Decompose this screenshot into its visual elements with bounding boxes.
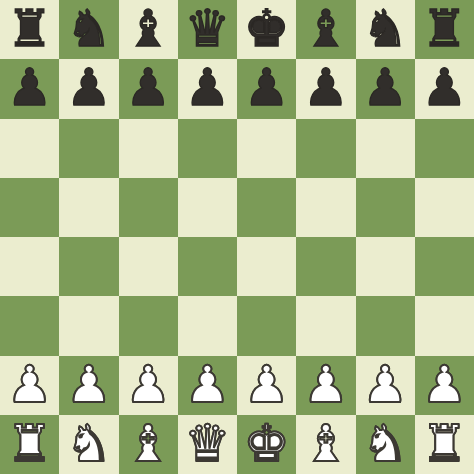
square-f4[interactable] [296,237,355,296]
piece-black-knight[interactable]: ♞ [362,3,408,54]
piece-black-pawn[interactable]: ♟ [422,62,468,113]
piece-white-pawn[interactable]: ♟ [7,359,53,410]
square-e1[interactable]: ♚ [237,415,296,474]
square-b3[interactable] [59,296,118,355]
square-e8[interactable]: ♚ [237,0,296,59]
square-d7[interactable]: ♟ [178,59,237,118]
square-b5[interactable] [59,178,118,237]
square-a7[interactable]: ♟ [0,59,59,118]
chess-board: ♜♞♝♛♚♝♞♜♟♟♟♟♟♟♟♟♟♟♟♟♟♟♟♟♜♞♝♛♚♝♞♜ [0,0,474,474]
square-e4[interactable] [237,237,296,296]
square-c3[interactable] [119,296,178,355]
piece-white-pawn[interactable]: ♟ [362,359,408,410]
piece-black-knight[interactable]: ♞ [66,3,112,54]
square-h5[interactable] [415,178,474,237]
square-c6[interactable] [119,119,178,178]
square-f6[interactable] [296,119,355,178]
piece-white-pawn[interactable]: ♟ [422,359,468,410]
square-f7[interactable]: ♟ [296,59,355,118]
square-f5[interactable] [296,178,355,237]
square-c4[interactable] [119,237,178,296]
piece-white-pawn[interactable]: ♟ [66,359,112,410]
piece-white-rook[interactable]: ♜ [7,418,53,469]
square-b2[interactable]: ♟ [59,356,118,415]
square-b6[interactable] [59,119,118,178]
square-e2[interactable]: ♟ [237,356,296,415]
square-d8[interactable]: ♛ [178,0,237,59]
square-f8[interactable]: ♝ [296,0,355,59]
square-h2[interactable]: ♟ [415,356,474,415]
square-h4[interactable] [415,237,474,296]
piece-black-pawn[interactable]: ♟ [244,62,290,113]
square-g1[interactable]: ♞ [356,415,415,474]
square-d4[interactable] [178,237,237,296]
square-b7[interactable]: ♟ [59,59,118,118]
piece-black-bishop[interactable]: ♝ [125,3,171,54]
square-b8[interactable]: ♞ [59,0,118,59]
piece-black-pawn[interactable]: ♟ [303,62,349,113]
square-h6[interactable] [415,119,474,178]
square-g7[interactable]: ♟ [356,59,415,118]
square-c8[interactable]: ♝ [119,0,178,59]
square-c5[interactable] [119,178,178,237]
piece-black-pawn[interactable]: ♟ [125,62,171,113]
piece-black-queen[interactable]: ♛ [185,3,231,54]
square-d2[interactable]: ♟ [178,356,237,415]
chess-board-container: ♜♞♝♛♚♝♞♜♟♟♟♟♟♟♟♟♟♟♟♟♟♟♟♟♜♞♝♛♚♝♞♜ [0,0,474,474]
square-e5[interactable] [237,178,296,237]
square-c1[interactable]: ♝ [119,415,178,474]
square-g8[interactable]: ♞ [356,0,415,59]
square-a6[interactable] [0,119,59,178]
square-d1[interactable]: ♛ [178,415,237,474]
square-e7[interactable]: ♟ [237,59,296,118]
square-c7[interactable]: ♟ [119,59,178,118]
square-a1[interactable]: ♜ [0,415,59,474]
piece-black-bishop[interactable]: ♝ [303,3,349,54]
piece-black-pawn[interactable]: ♟ [362,62,408,113]
square-c2[interactable]: ♟ [119,356,178,415]
square-a8[interactable]: ♜ [0,0,59,59]
square-d5[interactable] [178,178,237,237]
square-d6[interactable] [178,119,237,178]
square-b1[interactable]: ♞ [59,415,118,474]
piece-black-pawn[interactable]: ♟ [185,62,231,113]
piece-white-pawn[interactable]: ♟ [125,359,171,410]
piece-white-queen[interactable]: ♛ [185,418,231,469]
piece-white-king[interactable]: ♚ [244,418,290,469]
piece-black-pawn[interactable]: ♟ [66,62,112,113]
square-g2[interactable]: ♟ [356,356,415,415]
piece-white-pawn[interactable]: ♟ [244,359,290,410]
square-a4[interactable] [0,237,59,296]
square-f1[interactable]: ♝ [296,415,355,474]
square-a5[interactable] [0,178,59,237]
square-f2[interactable]: ♟ [296,356,355,415]
square-e6[interactable] [237,119,296,178]
square-g3[interactable] [356,296,415,355]
piece-white-knight[interactable]: ♞ [362,418,408,469]
square-g5[interactable] [356,178,415,237]
square-a2[interactable]: ♟ [0,356,59,415]
piece-black-pawn[interactable]: ♟ [7,62,53,113]
square-e3[interactable] [237,296,296,355]
square-h7[interactable]: ♟ [415,59,474,118]
square-d3[interactable] [178,296,237,355]
square-f3[interactable] [296,296,355,355]
square-h1[interactable]: ♜ [415,415,474,474]
square-a3[interactable] [0,296,59,355]
square-h8[interactable]: ♜ [415,0,474,59]
piece-white-bishop[interactable]: ♝ [303,418,349,469]
piece-white-rook[interactable]: ♜ [422,418,468,469]
square-h3[interactable] [415,296,474,355]
piece-black-king[interactable]: ♚ [244,3,290,54]
piece-black-rook[interactable]: ♜ [422,3,468,54]
piece-white-bishop[interactable]: ♝ [125,418,171,469]
piece-white-pawn[interactable]: ♟ [185,359,231,410]
piece-white-knight[interactable]: ♞ [66,418,112,469]
square-b4[interactable] [59,237,118,296]
piece-black-rook[interactable]: ♜ [7,3,53,54]
square-g6[interactable] [356,119,415,178]
piece-white-pawn[interactable]: ♟ [303,359,349,410]
square-g4[interactable] [356,237,415,296]
